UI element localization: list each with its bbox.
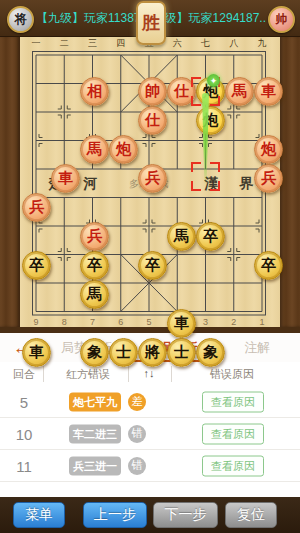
view-reason-button[interactable]: 查看原因 — [202, 455, 264, 476]
black-player-avatar: 将 — [7, 6, 34, 33]
file-label: 八 — [229, 38, 238, 48]
piece-red-兵[interactable]: 兵 — [22, 193, 51, 222]
round-number: 11 — [16, 457, 32, 474]
sort-icon[interactable]: ↑↓ — [144, 367, 155, 379]
file-label: 三 — [88, 38, 97, 48]
control-button-3[interactable]: 复位 — [225, 502, 277, 528]
move-pill[interactable]: 兵三进一 — [69, 456, 121, 475]
piece-black-卒[interactable]: 卒 — [196, 222, 225, 251]
piece-red-兵[interactable]: 兵 — [254, 164, 283, 193]
severity-badge: 错 — [128, 425, 146, 443]
piece-black-卒[interactable]: 卒 — [138, 251, 167, 280]
bottom-control-bar: 菜单上一步下一步复位 — [0, 497, 300, 533]
piece-black-車[interactable]: 車 — [167, 309, 196, 338]
piece-red-馬[interactable]: 馬 — [225, 77, 254, 106]
left-wood-rail — [0, 36, 20, 327]
file-label: 二 — [60, 38, 69, 48]
piece-red-兵[interactable]: 兵 — [138, 164, 167, 193]
last-move-star-icon: ✦ — [207, 74, 220, 87]
piece-red-兵[interactable]: 兵 — [80, 222, 109, 251]
piece-black-馬[interactable]: 馬 — [80, 280, 109, 309]
piece-black-炮[interactable]: 炮 — [196, 106, 225, 135]
piece-black-卒[interactable]: 卒 — [254, 251, 283, 280]
header-error-reason: 错误原因 — [210, 367, 254, 382]
piece-black-卒[interactable]: 卒 — [80, 251, 109, 280]
control-button-2[interactable]: 下一步 — [153, 502, 218, 528]
header-divider — [43, 366, 44, 382]
view-reason-button[interactable]: 查看原因 — [202, 423, 264, 444]
piece-red-相[interactable]: 相 — [80, 77, 109, 106]
round-number: 5 — [20, 393, 28, 410]
view-reason-button[interactable]: 查看原因 — [202, 391, 264, 412]
mistake-row: 5炮七平九差查看原因 — [0, 386, 300, 418]
file-label: 七 — [200, 38, 210, 48]
mistake-row: 10车二进三错查看原因 — [0, 418, 300, 450]
board-pieces: 相帥仕炮馬車仕炮馬炮炮車兵兵兵兵馬卒卒卒卒卒馬車車象士將士象 — [22, 77, 276, 362]
xiangqi-board: 楚 河 漢 界 多乐游戏 一二三四五六七八九 987654321 相帥仕炮馬車仕… — [0, 36, 300, 333]
control-button-0[interactable]: 菜单 — [13, 502, 65, 528]
piece-red-帥[interactable]: 帥 — [138, 77, 167, 106]
piece-black-車[interactable]: 車 — [22, 338, 51, 367]
right-wood-rail — [280, 36, 300, 327]
piece-red-炮[interactable]: 炮 — [254, 135, 283, 164]
piece-red-仕[interactable]: 仕 — [138, 106, 167, 135]
piece-red-馬[interactable]: 馬 — [80, 135, 109, 164]
control-button-1[interactable]: 上一步 — [83, 502, 147, 528]
file-label: 六 — [173, 38, 182, 48]
header-divider — [128, 366, 129, 382]
piece-black-將[interactable]: 將 — [138, 338, 167, 367]
piece-black-士[interactable]: 士 — [109, 338, 138, 367]
file-label: 一 — [32, 38, 41, 48]
analysis-rows: 5炮七平九差查看原因10车二进三错查看原因11兵三进一错查看原因 — [0, 386, 300, 482]
win-badge: 胜 — [136, 1, 166, 45]
piece-black-士[interactable]: 士 — [167, 338, 196, 367]
mistake-row: 11兵三进一错查看原因 — [0, 450, 300, 482]
round-number: 10 — [16, 425, 33, 442]
header-red-mistakes: 红方错误 — [66, 367, 110, 382]
header-divider — [171, 366, 172, 382]
severity-badge: 差 — [128, 393, 146, 411]
piece-black-象[interactable]: 象 — [80, 338, 109, 367]
file-label: 九 — [258, 38, 267, 48]
piece-black-象[interactable]: 象 — [196, 338, 225, 367]
move-pill[interactable]: 炮七平九 — [69, 392, 121, 411]
severity-badge: 错 — [128, 457, 146, 475]
piece-red-車[interactable]: 車 — [254, 77, 283, 106]
piece-black-馬[interactable]: 馬 — [167, 222, 196, 251]
red-player-avatar: 帅 — [268, 6, 295, 33]
header-round: 回合 — [13, 367, 35, 382]
file-label: 四 — [116, 38, 125, 48]
piece-red-炮[interactable]: 炮 — [109, 135, 138, 164]
piece-red-車[interactable]: 車 — [51, 164, 80, 193]
move-pill[interactable]: 车二进三 — [69, 424, 121, 443]
piece-black-卒[interactable]: 卒 — [22, 251, 51, 280]
